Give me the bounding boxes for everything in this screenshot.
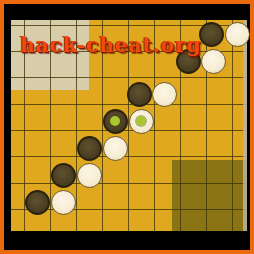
black-stone-c8r1[interactable] [199, 22, 224, 47]
white-stone-c6r3[interactable] [152, 82, 177, 107]
black-stone-c4r4[interactable] [103, 109, 128, 134]
white-stone-c3r6[interactable] [77, 163, 102, 188]
grid-line-horizontal [11, 183, 247, 184]
board-right-edge-highlight [243, 20, 247, 231]
white-stone-c8r2[interactable] [201, 49, 226, 74]
grid-line-horizontal [11, 77, 247, 78]
black-stone-c1r7[interactable] [25, 190, 50, 215]
grid-line-horizontal [11, 130, 247, 131]
last-move-marker-icon [136, 116, 146, 126]
white-stone-c2r7[interactable] [51, 190, 76, 215]
grid-line-horizontal [11, 104, 247, 105]
white-stone-c9r1[interactable] [225, 22, 250, 47]
watermark-text: hack-cheat.org [20, 33, 202, 57]
black-stone-c5r3[interactable] [127, 82, 152, 107]
dark-zone-bottom-right [172, 160, 247, 231]
grid-line-horizontal [11, 156, 247, 157]
last-move-marker-icon [110, 116, 120, 126]
app-screenshot-frame: hack-cheat.org [0, 0, 254, 254]
white-stone-c5r4[interactable] [129, 109, 154, 134]
black-stone-c2r6[interactable] [51, 163, 76, 188]
black-stone-c3r5[interactable] [77, 136, 102, 161]
white-stone-c4r5[interactable] [103, 136, 128, 161]
